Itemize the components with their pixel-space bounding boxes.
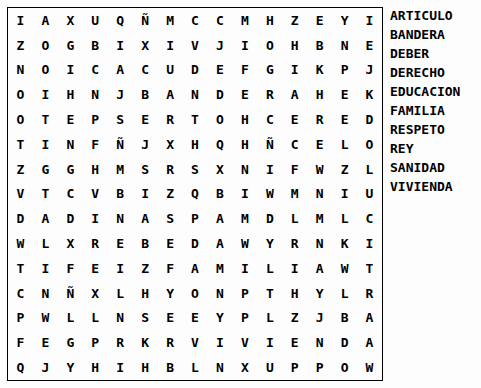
grid-cell[interactable]: B — [207, 182, 232, 207]
grid-cell[interactable]: H — [133, 281, 158, 306]
grid-cell[interactable]: Y — [257, 231, 282, 256]
grid-cell[interactable]: E — [332, 107, 357, 132]
grid-cell[interactable]: J — [207, 33, 232, 58]
grid-cell[interactable]: T — [8, 256, 33, 281]
grid-cell[interactable]: F — [282, 157, 307, 182]
grid-cell[interactable]: I — [357, 231, 382, 256]
grid-cell[interactable]: L — [332, 206, 357, 231]
grid-cell[interactable]: T — [183, 107, 208, 132]
grid-cell[interactable]: Q — [207, 132, 232, 157]
grid-cell[interactable]: Ñ — [108, 132, 133, 157]
grid-cell[interactable]: P — [332, 58, 357, 83]
grid-cell[interactable]: W — [332, 256, 357, 281]
grid-cell[interactable]: H — [232, 132, 257, 157]
grid-cell[interactable]: E — [133, 107, 158, 132]
grid-cell[interactable]: C — [58, 182, 83, 207]
grid-cell[interactable]: K — [133, 330, 158, 355]
grid-cell[interactable]: H — [232, 107, 257, 132]
grid-cell[interactable]: L — [83, 306, 108, 331]
grid-cell[interactable]: G — [257, 58, 282, 83]
grid-cell[interactable]: I — [357, 8, 382, 33]
grid-cell[interactable]: I — [207, 330, 232, 355]
grid-cell[interactable]: F — [232, 58, 257, 83]
grid-cell[interactable]: L — [257, 306, 282, 331]
grid-cell[interactable]: Z — [8, 157, 33, 182]
grid-cell[interactable]: A — [307, 256, 332, 281]
grid-cell[interactable]: D — [257, 206, 282, 231]
grid-cell[interactable]: S — [133, 157, 158, 182]
grid-cell[interactable]: J — [33, 355, 58, 380]
grid-cell[interactable]: I — [257, 157, 282, 182]
grid-cell[interactable]: N — [207, 355, 232, 380]
grid-cell[interactable]: I — [83, 206, 108, 231]
grid-cell[interactable]: E — [183, 306, 208, 331]
grid-cell[interactable]: E — [282, 107, 307, 132]
grid-cell[interactable]: T — [357, 256, 382, 281]
grid-cell[interactable]: C — [257, 107, 282, 132]
grid-cell[interactable]: V — [232, 330, 257, 355]
grid-cell[interactable]: V — [183, 330, 208, 355]
grid-cell[interactable]: R — [158, 330, 183, 355]
grid-cell[interactable]: O — [207, 107, 232, 132]
grid-cell[interactable]: A — [357, 306, 382, 331]
grid-cell[interactable]: K — [332, 231, 357, 256]
grid-cell[interactable]: A — [33, 8, 58, 33]
grid-cell[interactable]: Z — [133, 256, 158, 281]
grid-cell[interactable]: D — [183, 58, 208, 83]
word-list-item: RESPETO — [390, 120, 460, 139]
grid-cell[interactable]: E — [158, 306, 183, 331]
grid-cell[interactable]: B — [133, 231, 158, 256]
grid-cell[interactable]: Y — [58, 355, 83, 380]
grid-cell[interactable]: B — [133, 82, 158, 107]
grid-cell[interactable]: T — [8, 132, 33, 157]
grid-cell[interactable]: B — [83, 33, 108, 58]
grid-cell[interactable]: Ñ — [58, 281, 83, 306]
grid-cell[interactable]: H — [257, 8, 282, 33]
grid-cell[interactable]: E — [83, 256, 108, 281]
grid-cell[interactable]: X — [83, 281, 108, 306]
word-list-item: DEBER — [390, 44, 460, 63]
word-list: ARTICULOBANDERADEBERDERECHOEDUCACIONFAMI… — [390, 6, 460, 196]
grid-cell[interactable]: P — [83, 330, 108, 355]
grid-cell[interactable]: O — [8, 82, 33, 107]
word-list-item: DERECHO — [390, 63, 460, 82]
grid-cell[interactable]: V — [183, 33, 208, 58]
grid-cell[interactable]: N — [232, 157, 257, 182]
grid-cell[interactable]: X — [58, 231, 83, 256]
grid-cell[interactable]: J — [357, 58, 382, 83]
grid-cell[interactable]: Y — [158, 281, 183, 306]
grid-cell[interactable]: Z — [8, 33, 33, 58]
grid-cell[interactable]: Q — [8, 355, 33, 380]
grid-cell[interactable]: I — [158, 33, 183, 58]
grid-cell[interactable]: C — [8, 281, 33, 306]
grid-cell[interactable]: E — [307, 8, 332, 33]
grid-cell[interactable]: S — [158, 206, 183, 231]
grid-cell[interactable]: N — [8, 58, 33, 83]
grid-cell[interactable]: A — [282, 82, 307, 107]
grid-cell[interactable]: Q — [183, 182, 208, 207]
word-list-item: SANIDAD — [390, 158, 460, 177]
grid-cell[interactable]: M — [232, 206, 257, 231]
grid-cell[interactable]: I — [257, 330, 282, 355]
grid-cell[interactable]: S — [183, 157, 208, 182]
grid-cell[interactable]: N — [108, 206, 133, 231]
grid-cell[interactable]: C — [282, 132, 307, 157]
grid-cell[interactable]: L — [282, 206, 307, 231]
grid-cell[interactable]: U — [357, 182, 382, 207]
grid-cell[interactable]: A — [207, 206, 232, 231]
grid-cell[interactable]: E — [282, 330, 307, 355]
grid-cell[interactable]: I — [282, 256, 307, 281]
grid-cell[interactable]: O — [8, 107, 33, 132]
grid-cell[interactable]: X — [207, 157, 232, 182]
grid-cell[interactable]: W — [8, 231, 33, 256]
grid-cell[interactable]: H — [282, 33, 307, 58]
grid-cell[interactable]: A — [33, 206, 58, 231]
grid-cell[interactable]: P — [83, 107, 108, 132]
grid-cell[interactable]: Y — [332, 8, 357, 33]
grid-cell[interactable]: E — [33, 330, 58, 355]
grid-cell[interactable]: X — [133, 33, 158, 58]
grid-cell[interactable]: M — [207, 256, 232, 281]
grid-cell[interactable]: E — [207, 58, 232, 83]
letter-grid: IAXUQÑMCCMHZEYIZOGBIXIVJIOHBNENOICACUDEF… — [7, 7, 383, 381]
grid-cell[interactable]: O — [33, 58, 58, 83]
grid-cell[interactable]: N — [307, 182, 332, 207]
grid-cell[interactable]: B — [332, 306, 357, 331]
grid-cell[interactable]: L — [183, 355, 208, 380]
grid-cell[interactable]: N — [332, 33, 357, 58]
grid-cell[interactable]: L — [332, 281, 357, 306]
grid-cell[interactable]: W — [257, 182, 282, 207]
grid-cell[interactable]: E — [332, 82, 357, 107]
grid-cell[interactable]: A — [108, 58, 133, 83]
grid-cell[interactable]: J — [307, 306, 332, 331]
grid-cell[interactable]: H — [83, 355, 108, 380]
grid-cell[interactable]: V — [8, 182, 33, 207]
grid-cell[interactable]: J — [108, 82, 133, 107]
grid-cell[interactable]: I — [108, 33, 133, 58]
grid-cell[interactable]: C — [133, 58, 158, 83]
grid-cell[interactable]: R — [307, 107, 332, 132]
grid-cell[interactable]: E — [232, 82, 257, 107]
grid-cell[interactable]: D — [332, 330, 357, 355]
grid-cell[interactable]: I — [232, 182, 257, 207]
word-search-puzzle: IAXUQÑMCCMHZEYIZOGBIXIVJIOHBNENOICACUDEF… — [0, 0, 481, 388]
grid-cell[interactable]: U — [257, 355, 282, 380]
grid-cell[interactable]: C — [183, 8, 208, 33]
grid-cell[interactable]: I — [108, 256, 133, 281]
grid-cell[interactable]: R — [158, 157, 183, 182]
grid-cell[interactable]: P — [183, 206, 208, 231]
grid-cell[interactable]: Ñ — [133, 8, 158, 33]
grid-cell[interactable]: I — [332, 182, 357, 207]
grid-cell[interactable]: B — [158, 355, 183, 380]
grid-cell[interactable]: C — [83, 58, 108, 83]
grid-cell[interactable]: L — [357, 157, 382, 182]
word-list-item: VIVIENDA — [390, 177, 460, 196]
grid-cell[interactable]: L — [58, 306, 83, 331]
grid-cell[interactable]: T — [33, 107, 58, 132]
grid-cell[interactable]: P — [282, 355, 307, 380]
grid-cell[interactable]: O — [33, 33, 58, 58]
grid-cell[interactable]: H — [282, 281, 307, 306]
grid-cell[interactable]: J — [133, 132, 158, 157]
grid-cell[interactable]: G — [33, 157, 58, 182]
grid-cell[interactable]: N — [307, 330, 332, 355]
grid-cell[interactable]: Z — [332, 157, 357, 182]
word-list-item: FAMILIA — [390, 101, 460, 120]
grid-cell[interactable]: N — [33, 281, 58, 306]
grid-cell[interactable]: C — [357, 206, 382, 231]
grid-cell[interactable]: M — [108, 157, 133, 182]
grid-cell[interactable]: L — [33, 231, 58, 256]
grid-cell[interactable]: G — [58, 330, 83, 355]
grid-cell[interactable]: E — [108, 231, 133, 256]
grid-cell[interactable]: L — [332, 132, 357, 157]
grid-cell[interactable]: Y — [207, 306, 232, 331]
grid-cell[interactable]: N — [307, 231, 332, 256]
grid-cell[interactable]: H — [133, 355, 158, 380]
grid-cell[interactable]: P — [232, 306, 257, 331]
word-list-item: EDUCACION — [390, 82, 460, 101]
grid-cell[interactable]: I — [33, 82, 58, 107]
grid-cell[interactable]: H — [58, 82, 83, 107]
grid-cell[interactable]: D — [357, 107, 382, 132]
grid-cell[interactable]: Y — [307, 281, 332, 306]
grid-cell[interactable]: L — [108, 281, 133, 306]
grid-cell[interactable]: W — [357, 355, 382, 380]
grid-cell[interactable]: F — [158, 256, 183, 281]
grid-cell[interactable]: S — [108, 107, 133, 132]
grid-cell[interactable]: N — [108, 306, 133, 331]
word-list-item: ARTICULO — [390, 6, 460, 25]
grid-cell[interactable]: V — [83, 182, 108, 207]
grid-cell[interactable]: N — [183, 82, 208, 107]
grid-cell[interactable]: H — [183, 132, 208, 157]
grid-cell[interactable]: R — [83, 231, 108, 256]
grid-cell[interactable]: Ñ — [257, 132, 282, 157]
grid-cell[interactable]: W — [33, 306, 58, 331]
grid-cell[interactable]: W — [307, 157, 332, 182]
grid-cell[interactable]: I — [33, 256, 58, 281]
grid-cell[interactable]: U — [83, 8, 108, 33]
grid-cell[interactable]: T — [257, 281, 282, 306]
grid-cell[interactable]: K — [307, 58, 332, 83]
grid-cell[interactable]: D — [58, 206, 83, 231]
grid-cell[interactable]: M — [232, 8, 257, 33]
grid-cell[interactable]: K — [357, 82, 382, 107]
grid-cell[interactable]: Q — [108, 8, 133, 33]
grid-cell[interactable]: A — [207, 231, 232, 256]
grid-cell[interactable]: R — [282, 231, 307, 256]
grid-cell[interactable]: F — [83, 132, 108, 157]
grid-cell[interactable]: A — [158, 82, 183, 107]
grid-cell[interactable]: I — [133, 182, 158, 207]
grid-cell[interactable]: G — [58, 157, 83, 182]
grid-cell[interactable]: F — [58, 256, 83, 281]
grid-cell[interactable]: A — [357, 330, 382, 355]
grid-cell[interactable]: I — [8, 8, 33, 33]
grid-cell[interactable]: B — [108, 182, 133, 207]
grid-cell[interactable]: M — [282, 182, 307, 207]
grid-cell[interactable]: Z — [282, 8, 307, 33]
grid-cell[interactable]: R — [108, 330, 133, 355]
grid-cell[interactable]: N — [83, 82, 108, 107]
grid-cell[interactable]: T — [33, 182, 58, 207]
grid-cell[interactable]: A — [183, 256, 208, 281]
grid-cell[interactable]: O — [332, 355, 357, 380]
grid-cell[interactable]: O — [257, 33, 282, 58]
grid-cell[interactable]: W — [232, 231, 257, 256]
grid-cell[interactable]: F — [8, 330, 33, 355]
grid-cell[interactable]: E — [58, 107, 83, 132]
grid-cell[interactable]: D — [207, 82, 232, 107]
grid-cell[interactable]: X — [232, 355, 257, 380]
grid-cell[interactable]: H — [307, 82, 332, 107]
grid-cell[interactable]: S — [133, 306, 158, 331]
grid-cell[interactable]: O — [357, 132, 382, 157]
grid-cell[interactable]: I — [58, 58, 83, 83]
grid-cell[interactable]: X — [58, 8, 83, 33]
grid-cell[interactable]: M — [307, 206, 332, 231]
grid-cell[interactable]: I — [108, 355, 133, 380]
grid-cell[interactable]: O — [183, 281, 208, 306]
grid-cell[interactable]: R — [357, 281, 382, 306]
grid-cell[interactable]: M — [158, 8, 183, 33]
grid-cell[interactable]: D — [183, 231, 208, 256]
grid-cell[interactable]: Z — [282, 306, 307, 331]
grid-cell[interactable]: D — [8, 206, 33, 231]
grid-cell[interactable]: C — [207, 8, 232, 33]
grid-cell[interactable]: I — [232, 33, 257, 58]
grid-cell[interactable]: I — [33, 132, 58, 157]
grid-cell[interactable]: P — [8, 306, 33, 331]
grid-cell[interactable]: Z — [158, 182, 183, 207]
word-list-item: REY — [390, 139, 460, 158]
grid-cell[interactable]: N — [207, 281, 232, 306]
grid-cell[interactable]: B — [307, 33, 332, 58]
word-list-item: BANDERA — [390, 25, 460, 44]
grid-cell[interactable]: E — [158, 231, 183, 256]
grid-cell[interactable]: I — [232, 256, 257, 281]
grid-cell[interactable]: U — [158, 58, 183, 83]
grid-cell[interactable]: E — [357, 33, 382, 58]
grid-cell[interactable]: I — [282, 58, 307, 83]
grid-cell[interactable]: R — [257, 82, 282, 107]
grid-cell[interactable]: R — [158, 107, 183, 132]
grid-cell[interactable]: E — [307, 132, 332, 157]
grid-cell[interactable]: L — [257, 256, 282, 281]
grid-cell[interactable]: N — [58, 132, 83, 157]
grid-cell[interactable]: P — [307, 355, 332, 380]
grid-cell[interactable]: P — [232, 281, 257, 306]
grid-cell[interactable]: H — [83, 157, 108, 182]
grid-cell[interactable]: X — [158, 132, 183, 157]
grid-cell[interactable]: G — [58, 33, 83, 58]
grid-cell[interactable]: A — [133, 206, 158, 231]
